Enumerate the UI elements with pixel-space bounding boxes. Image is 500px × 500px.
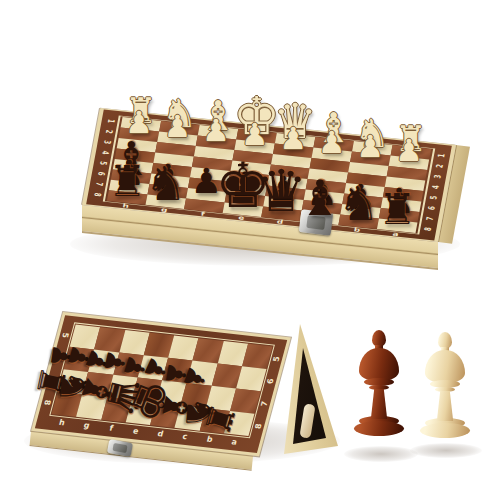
piece-black-knight-g8: ♞ (145, 161, 187, 208)
coordinate-label: 1 (106, 119, 116, 124)
coordinate-label: 3 (433, 174, 443, 179)
coordinate-label: 7 (261, 400, 270, 406)
coordinate-label: 6 (96, 171, 106, 176)
piece-black-knight-b8: ♞ (338, 181, 380, 228)
display-piece-light-king (418, 332, 472, 456)
coordinate-label: 5 (60, 332, 69, 338)
coordinate-label: 4 (431, 185, 441, 190)
piece-white-pawn-d2: ♟ (279, 124, 306, 155)
piece-crown (425, 350, 465, 383)
piece-white-pawn-e2: ♟ (241, 120, 268, 151)
coordinate-label: 5 (429, 195, 439, 200)
coordinate-label: 1 (437, 153, 447, 158)
piece-white-pawn-f2: ♟ (202, 116, 229, 147)
chess-set-product-photo: hhggffeeddccbbaa1122334455667788 ♜♞♝♛♚♝♞… (0, 0, 500, 500)
piece-black-rook-a8: ♜ (378, 189, 416, 231)
piece-white-pawn-g2: ♟ (164, 112, 191, 143)
coordinate-label: 8 (92, 192, 102, 197)
coordinate-label: 7 (426, 216, 436, 221)
piece-stem (433, 391, 457, 421)
piece-black-bishop-c8: ♝ (298, 175, 342, 224)
piece-black-rook-h8: ♜ (108, 160, 146, 202)
piece-crown (359, 348, 399, 381)
coordinate-label: 2 (435, 164, 445, 169)
display-piece-dark-king (352, 330, 406, 458)
piece-base2 (354, 421, 404, 436)
coordinate-label: 5 (98, 161, 108, 166)
coordinate-label: 6 (427, 206, 437, 211)
coordinate-label: 7 (94, 182, 104, 187)
coordinate-label: 4 (100, 150, 110, 155)
piece-white-pawn-c2: ♟ (318, 128, 345, 159)
piece-white-pawn-b2: ♟ (357, 132, 384, 163)
piece-base2 (420, 423, 470, 438)
coordinate-label: 6 (267, 378, 276, 384)
hinge-opening (278, 318, 342, 460)
coordinate-label: 8 (255, 423, 264, 429)
piece-white-pawn-a2: ♟ (395, 136, 422, 167)
piece-stem (367, 389, 391, 419)
coordinate-label: 8 (424, 227, 434, 232)
